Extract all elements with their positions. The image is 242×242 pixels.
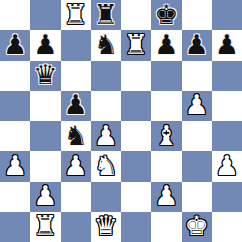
black-queen[interactable]: ♛: [33, 61, 57, 88]
square-e8[interactable]: [121, 0, 151, 30]
black-pawn[interactable]: ♟: [185, 31, 209, 58]
square-c3[interactable]: ♟: [61, 151, 91, 181]
white-knight[interactable]: ♞: [94, 152, 118, 179]
black-knight[interactable]: ♞: [64, 122, 88, 149]
square-e3[interactable]: [121, 151, 151, 181]
square-a6[interactable]: [0, 61, 30, 91]
square-b5[interactable]: [30, 91, 60, 121]
square-c1[interactable]: [61, 212, 91, 242]
square-d1[interactable]: ♛: [91, 212, 121, 242]
square-f4[interactable]: ♝: [151, 121, 181, 151]
white-pawn[interactable]: ♟: [154, 182, 178, 209]
square-d2[interactable]: [91, 182, 121, 212]
square-f5[interactable]: [151, 91, 181, 121]
square-g4[interactable]: [182, 121, 212, 151]
square-c5[interactable]: ♟: [61, 91, 91, 121]
square-f2[interactable]: ♟: [151, 182, 181, 212]
black-pawn[interactable]: ♟: [3, 31, 27, 58]
square-c7[interactable]: [61, 30, 91, 60]
square-g6[interactable]: [182, 61, 212, 91]
square-h8[interactable]: [212, 0, 242, 30]
square-f6[interactable]: [151, 61, 181, 91]
square-h3[interactable]: ♟: [212, 151, 242, 181]
square-a4[interactable]: [0, 121, 30, 151]
square-h4[interactable]: [212, 121, 242, 151]
square-f3[interactable]: [151, 151, 181, 181]
square-h2[interactable]: [212, 182, 242, 212]
white-bishop[interactable]: ♝: [154, 122, 178, 149]
square-d5[interactable]: [91, 91, 121, 121]
square-d4[interactable]: ♟: [91, 121, 121, 151]
square-b1[interactable]: ♜: [30, 212, 60, 242]
square-e6[interactable]: [121, 61, 151, 91]
white-pawn[interactable]: ♟: [94, 122, 118, 149]
square-b2[interactable]: ♟: [30, 182, 60, 212]
black-knight[interactable]: ♞: [94, 31, 118, 58]
black-rook[interactable]: ♜: [94, 1, 118, 28]
white-king[interactable]: ♚: [185, 212, 209, 239]
white-pawn[interactable]: ♟: [215, 152, 239, 179]
square-g5[interactable]: ♟: [182, 91, 212, 121]
square-a2[interactable]: [0, 182, 30, 212]
black-pawn[interactable]: ♟: [64, 91, 88, 118]
square-h7[interactable]: ♟: [212, 30, 242, 60]
square-h6[interactable]: [212, 61, 242, 91]
white-pawn[interactable]: ♟: [185, 91, 209, 118]
square-a5[interactable]: [0, 91, 30, 121]
square-g7[interactable]: ♟: [182, 30, 212, 60]
white-pawn[interactable]: ♟: [3, 152, 27, 179]
square-b3[interactable]: [30, 151, 60, 181]
square-g1[interactable]: ♚: [182, 212, 212, 242]
white-rook[interactable]: ♜: [124, 31, 148, 58]
square-d3[interactable]: ♞: [91, 151, 121, 181]
white-queen[interactable]: ♛: [94, 212, 118, 239]
square-f1[interactable]: [151, 212, 181, 242]
square-d8[interactable]: ♜: [91, 0, 121, 30]
black-pawn[interactable]: ♟: [33, 31, 57, 58]
square-f7[interactable]: ♟: [151, 30, 181, 60]
square-h1[interactable]: [212, 212, 242, 242]
square-h5[interactable]: [212, 91, 242, 121]
square-a1[interactable]: [0, 212, 30, 242]
white-pawn[interactable]: ♟: [33, 182, 57, 209]
square-b4[interactable]: [30, 121, 60, 151]
square-e1[interactable]: [121, 212, 151, 242]
square-f8[interactable]: ♚: [151, 0, 181, 30]
square-e2[interactable]: [121, 182, 151, 212]
square-d7[interactable]: ♞: [91, 30, 121, 60]
black-king[interactable]: ♚: [154, 1, 178, 28]
square-e5[interactable]: [121, 91, 151, 121]
square-b8[interactable]: [30, 0, 60, 30]
square-b6[interactable]: ♛: [30, 61, 60, 91]
square-g8[interactable]: [182, 0, 212, 30]
white-pawn[interactable]: ♟: [64, 152, 88, 179]
square-c6[interactable]: [61, 61, 91, 91]
black-pawn[interactable]: ♟: [154, 31, 178, 58]
square-c4[interactable]: ♞: [61, 121, 91, 151]
square-g2[interactable]: [182, 182, 212, 212]
square-d6[interactable]: [91, 61, 121, 91]
black-pawn[interactable]: ♟: [215, 31, 239, 58]
square-a8[interactable]: [0, 0, 30, 30]
square-b7[interactable]: ♟: [30, 30, 60, 60]
chess-board: ♜♜♚♟♟♞♜♟♟♟♛♟♟♞♟♝♟♟♞♟♟♟♜♛♚: [0, 0, 242, 242]
square-e7[interactable]: ♜: [121, 30, 151, 60]
square-g3[interactable]: [182, 151, 212, 181]
white-rook[interactable]: ♜: [33, 212, 57, 239]
white-rook[interactable]: ♜: [64, 1, 88, 28]
square-e4[interactable]: [121, 121, 151, 151]
square-c2[interactable]: [61, 182, 91, 212]
square-a7[interactable]: ♟: [0, 30, 30, 60]
square-c8[interactable]: ♜: [61, 0, 91, 30]
square-a3[interactable]: ♟: [0, 151, 30, 181]
